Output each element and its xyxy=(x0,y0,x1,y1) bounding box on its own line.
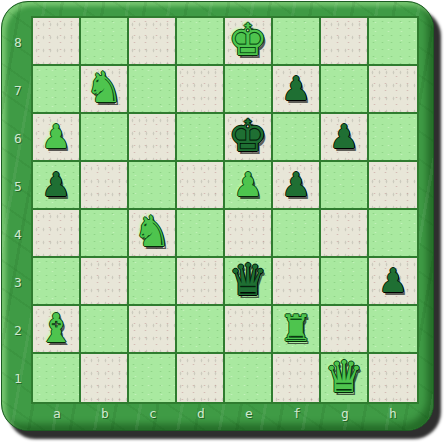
file-labels: abcdefgh xyxy=(33,406,417,421)
rank-label-6: 6 xyxy=(6,114,30,162)
chess-board: ♚♞♟♟♚♟♟♟♟♞♛♟♝♜♛ xyxy=(31,16,419,404)
square-c4[interactable]: ♞ xyxy=(129,210,177,258)
square-d2[interactable] xyxy=(177,306,225,354)
square-c1[interactable] xyxy=(129,354,177,402)
piece-black-pawn[interactable]: ♟ xyxy=(378,264,408,297)
square-e1[interactable] xyxy=(225,354,273,402)
square-d6[interactable] xyxy=(177,114,225,162)
chess-app-window: 87654321 ♚♞♟♟♚♟♟♟♟♞♛♟♝♜♛ abcdefgh xyxy=(0,0,444,442)
file-label-e: e xyxy=(225,406,273,421)
square-g7[interactable] xyxy=(321,66,369,114)
square-a1[interactable] xyxy=(33,354,81,402)
square-f4[interactable] xyxy=(273,210,321,258)
square-a6[interactable]: ♟ xyxy=(33,114,81,162)
square-h3[interactable]: ♟ xyxy=(369,258,417,306)
square-d8[interactable] xyxy=(177,18,225,66)
square-a5[interactable]: ♟ xyxy=(33,162,81,210)
square-f7[interactable]: ♟ xyxy=(273,66,321,114)
square-e4[interactable] xyxy=(225,210,273,258)
square-h1[interactable] xyxy=(369,354,417,402)
square-h5[interactable] xyxy=(369,162,417,210)
square-d7[interactable] xyxy=(177,66,225,114)
rank-label-2: 2 xyxy=(6,306,30,354)
piece-white-rook[interactable]: ♜ xyxy=(279,310,312,347)
square-d4[interactable] xyxy=(177,210,225,258)
square-b2[interactable] xyxy=(81,306,129,354)
square-e2[interactable] xyxy=(225,306,273,354)
square-h4[interactable] xyxy=(369,210,417,258)
square-c3[interactable] xyxy=(129,258,177,306)
square-e5[interactable]: ♟ xyxy=(225,162,273,210)
square-a4[interactable] xyxy=(33,210,81,258)
square-f8[interactable] xyxy=(273,18,321,66)
piece-white-pawn[interactable]: ♟ xyxy=(41,120,71,153)
square-e7[interactable] xyxy=(225,66,273,114)
piece-black-pawn[interactable]: ♟ xyxy=(281,168,311,201)
square-b6[interactable] xyxy=(81,114,129,162)
file-label-a: a xyxy=(33,406,81,421)
square-g3[interactable] xyxy=(321,258,369,306)
piece-white-king[interactable]: ♚ xyxy=(228,18,267,62)
square-d3[interactable] xyxy=(177,258,225,306)
piece-white-pawn[interactable]: ♟ xyxy=(233,168,263,201)
piece-black-pawn[interactable]: ♟ xyxy=(281,72,311,105)
square-b5[interactable] xyxy=(81,162,129,210)
file-label-c: c xyxy=(129,406,177,421)
square-g1[interactable]: ♛ xyxy=(321,354,369,402)
square-b1[interactable] xyxy=(81,354,129,402)
rank-label-8: 8 xyxy=(6,18,30,66)
square-a7[interactable] xyxy=(33,66,81,114)
square-c2[interactable] xyxy=(129,306,177,354)
square-h8[interactable] xyxy=(369,18,417,66)
square-a8[interactable] xyxy=(33,18,81,66)
piece-black-queen[interactable]: ♛ xyxy=(228,258,267,302)
square-c5[interactable] xyxy=(129,162,177,210)
rank-label-4: 4 xyxy=(6,210,30,258)
piece-black-pawn[interactable]: ♟ xyxy=(41,168,71,201)
rank-label-3: 3 xyxy=(6,258,30,306)
square-b8[interactable] xyxy=(81,18,129,66)
square-g8[interactable] xyxy=(321,18,369,66)
square-a3[interactable] xyxy=(33,258,81,306)
piece-white-knight[interactable]: ♞ xyxy=(85,67,123,109)
rank-labels: 87654321 xyxy=(6,18,30,402)
square-b3[interactable] xyxy=(81,258,129,306)
square-e3[interactable]: ♛ xyxy=(225,258,273,306)
square-g5[interactable] xyxy=(321,162,369,210)
piece-white-queen[interactable]: ♛ xyxy=(324,355,363,399)
square-c8[interactable] xyxy=(129,18,177,66)
square-g6[interactable]: ♟ xyxy=(321,114,369,162)
square-a2[interactable]: ♝ xyxy=(33,306,81,354)
square-f1[interactable] xyxy=(273,354,321,402)
square-b7[interactable]: ♞ xyxy=(81,66,129,114)
file-label-h: h xyxy=(369,406,417,421)
square-h2[interactable] xyxy=(369,306,417,354)
square-e6[interactable]: ♚ xyxy=(225,114,273,162)
file-label-d: d xyxy=(177,406,225,421)
square-c6[interactable] xyxy=(129,114,177,162)
square-g4[interactable] xyxy=(321,210,369,258)
square-e8[interactable]: ♚ xyxy=(225,18,273,66)
piece-black-pawn[interactable]: ♟ xyxy=(329,120,359,153)
square-h6[interactable] xyxy=(369,114,417,162)
square-g2[interactable] xyxy=(321,306,369,354)
square-d5[interactable] xyxy=(177,162,225,210)
file-label-f: f xyxy=(273,406,321,421)
file-label-g: g xyxy=(321,406,369,421)
square-f6[interactable] xyxy=(273,114,321,162)
rank-label-5: 5 xyxy=(6,162,30,210)
square-c7[interactable] xyxy=(129,66,177,114)
square-d1[interactable] xyxy=(177,354,225,402)
square-f3[interactable] xyxy=(273,258,321,306)
square-h7[interactable] xyxy=(369,66,417,114)
rank-label-1: 1 xyxy=(6,354,30,402)
rank-label-7: 7 xyxy=(6,66,30,114)
square-b4[interactable] xyxy=(81,210,129,258)
square-f2[interactable]: ♜ xyxy=(273,306,321,354)
piece-white-knight[interactable]: ♞ xyxy=(133,211,171,253)
piece-black-king[interactable]: ♚ xyxy=(228,114,267,158)
square-f5[interactable]: ♟ xyxy=(273,162,321,210)
file-label-b: b xyxy=(81,406,129,421)
piece-white-bishop[interactable]: ♝ xyxy=(38,308,74,348)
